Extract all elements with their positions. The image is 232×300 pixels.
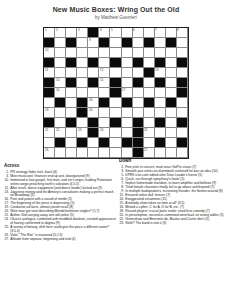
white-cell[interactable]	[166, 128, 177, 138]
across-clue-list: 1.PR strategy hides trick, back (4)4.Mos…	[4, 170, 117, 241]
white-cell[interactable]	[144, 88, 155, 98]
across-clue: 24.Okura's prologue, combined with muddl…	[4, 217, 117, 225]
down-column: Down 2.Fine print in concert, must wear …	[119, 158, 232, 291]
white-cell[interactable]: 24	[99, 128, 110, 138]
white-cell[interactable]	[66, 28, 77, 38]
black-cell	[144, 38, 155, 48]
black-cell	[177, 138, 188, 148]
white-cell[interactable]	[66, 128, 77, 138]
white-cell[interactable]: 11	[44, 68, 55, 78]
white-cell[interactable]	[166, 68, 177, 78]
white-cell[interactable]	[144, 118, 155, 128]
white-cell[interactable]	[66, 88, 77, 98]
black-cell	[44, 38, 55, 48]
white-cell[interactable]	[166, 118, 177, 128]
black-cell	[133, 78, 144, 88]
across-header: Across	[4, 163, 117, 168]
white-cell[interactable]	[44, 98, 55, 108]
white-cell[interactable]	[166, 138, 177, 148]
white-cell[interactable]	[166, 148, 177, 158]
black-cell	[77, 98, 88, 108]
clue-number: 3	[78, 28, 80, 31]
white-cell[interactable]	[77, 68, 88, 78]
white-cell[interactable]: 20	[88, 108, 99, 118]
white-cell[interactable]	[133, 108, 144, 118]
white-cell[interactable]	[155, 88, 166, 98]
white-cell[interactable]	[88, 48, 99, 58]
black-cell	[110, 88, 121, 98]
black-cell	[88, 28, 99, 38]
white-cell[interactable]	[77, 48, 88, 58]
black-cell	[133, 138, 144, 148]
white-cell[interactable]	[110, 68, 121, 78]
clue-number: 12	[100, 68, 103, 71]
clue-number: 18	[89, 98, 92, 101]
white-cell[interactable]	[99, 48, 110, 58]
white-cell[interactable]	[88, 148, 99, 158]
white-cell[interactable]	[177, 108, 188, 118]
white-cell[interactable]	[77, 118, 88, 128]
black-cell	[133, 118, 144, 128]
white-cell[interactable]	[166, 48, 177, 58]
clue-number: 17	[122, 88, 125, 91]
white-cell[interactable]	[55, 48, 66, 58]
white-cell[interactable]	[133, 88, 144, 98]
white-cell[interactable]	[155, 148, 166, 158]
white-cell[interactable]	[66, 138, 77, 148]
white-cell[interactable]: 25	[144, 128, 155, 138]
white-cell[interactable]	[155, 48, 166, 58]
black-cell	[155, 58, 166, 68]
black-cell	[177, 118, 188, 128]
white-cell[interactable]	[122, 58, 133, 68]
white-cell[interactable]	[177, 38, 188, 48]
white-cell[interactable]	[44, 138, 55, 148]
white-cell[interactable]: 26	[44, 148, 55, 158]
white-cell[interactable]	[144, 48, 155, 58]
white-cell[interactable]	[144, 138, 155, 148]
down-header: Down	[119, 158, 232, 163]
clue-number: 23	[78, 128, 81, 131]
white-cell[interactable]	[66, 98, 77, 108]
white-cell[interactable]: 3	[77, 28, 88, 38]
across-clue: 25.A variety of botany, shift here could…	[4, 225, 117, 233]
white-cell[interactable]: 15	[99, 78, 110, 88]
white-cell[interactable]	[122, 68, 133, 78]
white-cell[interactable]	[155, 98, 166, 108]
white-cell[interactable]: 12	[99, 68, 110, 78]
black-cell	[88, 128, 99, 138]
white-cell[interactable]	[55, 148, 66, 158]
white-cell[interactable]	[166, 58, 177, 68]
black-cell	[166, 98, 177, 108]
white-cell[interactable]	[55, 58, 66, 68]
white-cell[interactable]	[155, 38, 166, 48]
white-cell[interactable]: 23	[77, 128, 88, 138]
clue-number: 8	[177, 28, 179, 31]
crossword-grid[interactable]: 1234567891011121314151617181920212223242…	[43, 27, 189, 159]
white-cell[interactable]	[177, 128, 188, 138]
white-cell[interactable]	[144, 28, 155, 38]
white-cell[interactable]	[66, 148, 77, 158]
black-cell	[88, 118, 99, 128]
white-cell[interactable]	[166, 78, 177, 88]
clue-number: 25	[144, 128, 147, 131]
clue-number: 19	[45, 108, 48, 111]
white-cell[interactable]: 4	[99, 28, 110, 38]
white-cell[interactable]	[66, 68, 77, 78]
across-clue-text: A variety of botany, shift here could gi…	[10, 225, 117, 233]
clue-number: 22	[56, 128, 59, 131]
down-clue: 23.Sloth? The band is into it (3)	[119, 221, 232, 225]
black-cell	[44, 88, 55, 98]
black-cell	[88, 58, 99, 68]
clue-number: 20	[89, 108, 92, 111]
white-cell[interactable]: 19	[44, 108, 55, 118]
black-cell	[133, 58, 144, 68]
black-cell	[55, 98, 66, 108]
white-cell[interactable]: 7	[155, 28, 166, 38]
white-cell[interactable]	[99, 118, 110, 128]
white-cell[interactable]	[133, 68, 144, 78]
white-cell[interactable]	[122, 128, 133, 138]
white-cell[interactable]	[110, 48, 121, 58]
white-cell[interactable]	[88, 88, 99, 98]
white-cell[interactable]: 5	[110, 28, 121, 38]
clue-number: 13	[155, 68, 158, 71]
white-cell[interactable]	[55, 118, 66, 128]
white-cell[interactable]	[122, 78, 133, 88]
white-cell[interactable]	[122, 118, 133, 128]
black-cell	[155, 78, 166, 88]
clue-number: 24	[100, 128, 103, 131]
white-cell[interactable]	[144, 108, 155, 118]
white-cell[interactable]	[133, 48, 144, 58]
clue-number: 2	[56, 28, 58, 31]
white-cell[interactable]	[122, 48, 133, 58]
white-cell[interactable]: 13	[155, 68, 166, 78]
black-cell	[144, 68, 155, 78]
white-cell[interactable]: 14	[55, 78, 66, 88]
white-cell[interactable]	[122, 28, 133, 38]
page-title: New Music Boxes: Wring Out the Old	[0, 6, 232, 13]
white-cell[interactable]	[88, 68, 99, 78]
white-cell[interactable]	[110, 148, 121, 158]
down-clue-list: 2.Fine print in concert, must wear GoPro…	[119, 165, 232, 225]
black-cell	[44, 58, 55, 68]
white-cell[interactable]: 8	[177, 28, 188, 38]
white-cell[interactable]	[166, 28, 177, 38]
white-cell[interactable]	[77, 38, 88, 48]
white-cell[interactable]	[110, 138, 121, 148]
white-cell[interactable]	[144, 78, 155, 88]
white-cell[interactable]	[66, 48, 77, 58]
white-cell[interactable]	[77, 58, 88, 68]
white-cell[interactable]: 10	[44, 48, 55, 58]
black-cell	[177, 88, 188, 98]
black-cell	[155, 138, 166, 148]
white-cell[interactable]: 18	[88, 98, 99, 108]
white-cell[interactable]	[110, 38, 121, 48]
white-cell[interactable]	[166, 88, 177, 98]
black-cell	[44, 118, 55, 128]
white-cell[interactable]: 17	[122, 88, 133, 98]
white-cell[interactable]	[144, 58, 155, 68]
white-cell[interactable]	[77, 78, 88, 88]
white-cell[interactable]: 1	[44, 28, 55, 38]
clue-number: 11	[45, 68, 48, 71]
white-cell[interactable]	[99, 58, 110, 68]
black-cell	[77, 108, 88, 118]
white-cell[interactable]	[177, 148, 188, 158]
black-cell	[66, 78, 77, 88]
white-cell[interactable]	[133, 98, 144, 108]
white-cell[interactable]	[177, 48, 188, 58]
across-clue: 27.Altitude from soprano, beginning and …	[4, 237, 117, 241]
across-column: Across 1.PR strategy hides trick, back (…	[4, 163, 117, 300]
across-clue: 13.Japanese money and the Armory's consu…	[4, 189, 117, 197]
white-cell[interactable]	[99, 148, 110, 158]
black-cell	[66, 58, 77, 68]
black-cell	[177, 58, 188, 68]
white-cell[interactable]	[66, 108, 77, 118]
clue-number: 7	[155, 28, 157, 31]
white-cell[interactable]	[177, 68, 188, 78]
black-cell	[99, 138, 110, 148]
white-cell[interactable]: 22	[55, 128, 66, 138]
clue-number: 21	[45, 128, 48, 131]
white-cell[interactable]	[155, 108, 166, 118]
across-clue-text: Altitude from soprano, beginning and end…	[10, 237, 117, 241]
black-cell	[66, 118, 77, 128]
white-cell[interactable]	[55, 68, 66, 78]
black-cell	[44, 78, 55, 88]
black-cell	[133, 128, 144, 138]
across-clue: 10.Immersed in last gospel, first man, a…	[4, 178, 117, 186]
clue-number: 15	[100, 78, 103, 81]
white-cell[interactable]	[110, 128, 121, 138]
white-cell[interactable]	[122, 108, 133, 118]
white-cell[interactable]	[110, 98, 121, 108]
black-cell	[144, 98, 155, 108]
across-clue-text: Immersed in last gospel, first man, and …	[10, 178, 117, 186]
clue-number: 26	[45, 148, 48, 151]
black-cell	[122, 38, 133, 48]
clue-number: 16	[56, 88, 59, 91]
clue-number: 6	[133, 28, 135, 31]
black-cell	[155, 118, 166, 128]
white-cell[interactable]: 27	[144, 148, 155, 158]
black-cell	[88, 78, 99, 88]
white-cell[interactable]	[99, 108, 110, 118]
white-cell[interactable]	[55, 108, 66, 118]
white-cell[interactable]	[77, 148, 88, 158]
black-cell	[110, 118, 121, 128]
black-cell	[122, 138, 133, 148]
puzzle-page: { "game": "crossword (cryptic)", "title"…	[0, 0, 232, 300]
clue-number: 4	[100, 28, 102, 31]
down-clue-text: Sloth? The band is into it (3)	[125, 221, 232, 225]
black-cell	[177, 78, 188, 88]
white-cell[interactable]: 21	[44, 128, 55, 138]
black-cell	[110, 78, 121, 88]
black-cell	[77, 138, 88, 148]
white-cell[interactable]	[133, 38, 144, 48]
white-cell[interactable]: 9	[88, 38, 99, 48]
black-cell	[55, 138, 66, 148]
clue-number: 10	[45, 48, 48, 51]
white-cell[interactable]: 2	[55, 28, 66, 38]
white-cell[interactable]	[55, 38, 66, 48]
black-cell	[166, 38, 177, 48]
white-cell[interactable]	[122, 148, 133, 158]
clue-number: 1	[45, 28, 47, 31]
white-cell[interactable]: 6	[133, 28, 144, 38]
clue-number: 27	[144, 148, 147, 151]
clue-number: 9	[89, 38, 91, 41]
clue-number: 14	[56, 78, 59, 81]
white-cell[interactable]: 16	[55, 88, 66, 98]
black-cell	[66, 38, 77, 48]
white-cell[interactable]	[88, 138, 99, 148]
white-cell[interactable]	[155, 128, 166, 138]
black-cell	[99, 38, 110, 48]
black-cell	[110, 58, 121, 68]
black-cell	[99, 98, 110, 108]
byline: by Matthew Guerrieri	[0, 15, 232, 20]
white-cell[interactable]	[77, 88, 88, 98]
clue-number: 5	[111, 28, 113, 31]
white-cell[interactable]	[99, 88, 110, 98]
across-clue-text: Japanese money and the Armory's consulta…	[10, 189, 117, 197]
across-clue-text: Okura's prologue, combined with muddled …	[10, 217, 117, 225]
black-cell	[122, 98, 133, 108]
white-cell[interactable]	[177, 98, 188, 108]
black-cell	[133, 148, 144, 158]
white-cell[interactable]	[166, 108, 177, 118]
white-cell[interactable]	[110, 108, 121, 118]
